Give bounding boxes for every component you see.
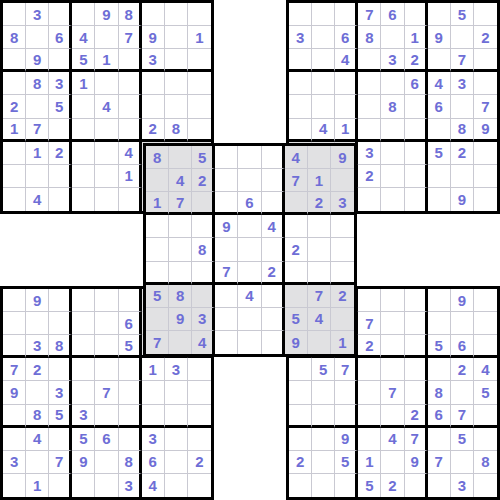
cell-bottom-left-r4c1[interactable] xyxy=(26,381,49,404)
cell-bottom-left-r1c4[interactable] xyxy=(95,312,118,335)
cell-center-r3c0[interactable] xyxy=(146,215,169,238)
cell-center-r0c2[interactable]: 5 xyxy=(192,146,215,169)
cell-top-right-r7c4[interactable] xyxy=(381,165,404,188)
cell-bottom-left-r4c7[interactable] xyxy=(165,381,188,404)
cell-bottom-left-r4c0[interactable]: 9 xyxy=(3,381,26,404)
cell-top-right-r7c5[interactable] xyxy=(405,165,428,188)
cell-top-left-r3c3[interactable]: 1 xyxy=(72,72,95,95)
cell-top-right-r6c7[interactable]: 2 xyxy=(451,142,474,165)
cell-bottom-right-r6c4[interactable]: 4 xyxy=(381,428,404,451)
cell-center-r4c8[interactable] xyxy=(331,238,354,261)
cell-top-right-r1c0[interactable]: 3 xyxy=(289,26,312,49)
cell-top-left-r0c2[interactable] xyxy=(49,3,72,26)
cell-bottom-left-r5c7[interactable] xyxy=(165,405,188,428)
cell-bottom-left-r0c3[interactable] xyxy=(72,289,95,312)
cell-bottom-left-r2c0[interactable] xyxy=(3,335,26,358)
cell-top-left-r3c0[interactable] xyxy=(3,72,26,95)
cell-top-right-r8c7[interactable]: 9 xyxy=(451,188,474,211)
cell-top-left-r2c0[interactable] xyxy=(3,49,26,72)
cell-bottom-right-r1c4[interactable] xyxy=(381,312,404,335)
cell-top-left-r3c4[interactable] xyxy=(95,72,118,95)
cell-center-r1c8[interactable] xyxy=(331,169,354,192)
cell-top-right-r3c2[interactable] xyxy=(335,72,358,95)
cell-bottom-left-r2c4[interactable] xyxy=(95,335,118,358)
cell-top-right-r0c5[interactable] xyxy=(405,3,428,26)
cell-bottom-right-r6c3[interactable] xyxy=(358,428,381,451)
cell-bottom-right-r8c1[interactable] xyxy=(312,474,335,497)
cell-bottom-right-r6c2[interactable]: 9 xyxy=(335,428,358,451)
cell-center-r3c5[interactable]: 4 xyxy=(262,215,285,238)
cell-top-left-r4c5[interactable] xyxy=(119,95,142,118)
cell-center-r4c7[interactable] xyxy=(308,238,331,261)
cell-bottom-left-r4c8[interactable] xyxy=(188,381,211,404)
cell-top-right-r3c7[interactable]: 3 xyxy=(451,72,474,95)
cell-bottom-right-r3c8[interactable]: 4 xyxy=(474,358,497,381)
cell-top-left-r8c0[interactable] xyxy=(3,188,26,211)
cell-bottom-right-r7c1[interactable] xyxy=(312,451,335,474)
cell-top-right-r8c5[interactable] xyxy=(405,188,428,211)
cell-top-right-r2c3[interactable] xyxy=(358,49,381,72)
cell-top-left-r1c8[interactable]: 1 xyxy=(188,26,211,49)
cell-center-r8c6[interactable]: 9 xyxy=(285,331,308,354)
cell-bottom-left-r4c6[interactable] xyxy=(142,381,165,404)
cell-center-r3c1[interactable] xyxy=(169,215,192,238)
cell-top-right-r1c6[interactable]: 9 xyxy=(428,26,451,49)
cell-bottom-right-r4c4[interactable]: 7 xyxy=(381,381,404,404)
cell-center-r0c8[interactable]: 9 xyxy=(331,146,354,169)
cell-center-r4c3[interactable] xyxy=(215,238,238,261)
cell-top-left-r6c2[interactable]: 2 xyxy=(49,142,72,165)
cell-top-right-r5c1[interactable]: 4 xyxy=(312,119,335,142)
cell-bottom-right-r3c0[interactable] xyxy=(289,358,312,381)
cell-center-r4c1[interactable] xyxy=(169,238,192,261)
cell-center-r7c2[interactable]: 3 xyxy=(192,308,215,331)
cell-top-right-r8c4[interactable] xyxy=(381,188,404,211)
cell-center-r3c7[interactable] xyxy=(308,215,331,238)
cell-top-left-r2c5[interactable] xyxy=(119,49,142,72)
cell-center-r1c6[interactable]: 7 xyxy=(285,169,308,192)
cell-center-r8c2[interactable]: 4 xyxy=(192,331,215,354)
cell-bottom-right-r8c4[interactable]: 2 xyxy=(381,474,404,497)
cell-top-right-r4c7[interactable] xyxy=(451,95,474,118)
cell-top-left-r4c0[interactable]: 2 xyxy=(3,95,26,118)
cell-top-right-r6c3[interactable]: 3 xyxy=(358,142,381,165)
cell-bottom-left-r3c7[interactable]: 3 xyxy=(165,358,188,381)
cell-top-left-r7c4[interactable] xyxy=(95,165,118,188)
cell-bottom-left-r8c2[interactable] xyxy=(49,474,72,497)
cell-top-right-r7c7[interactable] xyxy=(451,165,474,188)
cell-center-r6c4[interactable]: 4 xyxy=(238,285,261,308)
cell-bottom-right-r2c6[interactable]: 5 xyxy=(428,335,451,358)
cell-top-right-r1c2[interactable]: 6 xyxy=(335,26,358,49)
cell-bottom-right-r8c6[interactable] xyxy=(428,474,451,497)
cell-bottom-left-r6c0[interactable] xyxy=(3,428,26,451)
cell-top-right-r2c2[interactable]: 4 xyxy=(335,49,358,72)
cell-top-right-r2c0[interactable] xyxy=(289,49,312,72)
cell-bottom-right-r3c2[interactable]: 7 xyxy=(335,358,358,381)
cell-bottom-left-r3c4[interactable] xyxy=(95,358,118,381)
cell-top-left-r6c0[interactable] xyxy=(3,142,26,165)
cell-top-right-r3c1[interactable] xyxy=(312,72,335,95)
cell-center-r8c7[interactable] xyxy=(308,331,331,354)
cell-top-left-r8c3[interactable] xyxy=(72,188,95,211)
cell-bottom-left-r3c5[interactable] xyxy=(119,358,142,381)
cell-bottom-left-r8c5[interactable]: 3 xyxy=(119,474,142,497)
cell-bottom-right-r1c7[interactable] xyxy=(451,312,474,335)
cell-center-r5c8[interactable] xyxy=(331,262,354,285)
cell-bottom-right-r7c5[interactable]: 9 xyxy=(405,451,428,474)
cell-top-right-r0c4[interactable]: 6 xyxy=(381,3,404,26)
cell-bottom-right-r4c5[interactable] xyxy=(405,381,428,404)
cell-center-r8c3[interactable] xyxy=(215,331,238,354)
cell-center-r5c1[interactable] xyxy=(169,262,192,285)
cell-top-right-r3c0[interactable] xyxy=(289,72,312,95)
cell-bottom-right-r2c7[interactable]: 6 xyxy=(451,335,474,358)
cell-bottom-right-r2c3[interactable]: 2 xyxy=(358,335,381,358)
cell-top-left-r5c1[interactable]: 7 xyxy=(26,119,49,142)
cell-bottom-right-r7c7[interactable] xyxy=(451,451,474,474)
cell-top-right-r1c1[interactable] xyxy=(312,26,335,49)
cell-top-left-r0c5[interactable]: 8 xyxy=(119,3,142,26)
cell-top-left-r0c3[interactable] xyxy=(72,3,95,26)
cell-bottom-right-r4c7[interactable] xyxy=(451,381,474,404)
cell-center-r4c0[interactable] xyxy=(146,238,169,261)
cell-top-left-r4c8[interactable] xyxy=(188,95,211,118)
cell-center-r1c0[interactable] xyxy=(146,169,169,192)
cell-top-left-r0c6[interactable] xyxy=(142,3,165,26)
cell-top-left-r1c5[interactable]: 7 xyxy=(119,26,142,49)
cell-bottom-right-r0c6[interactable] xyxy=(428,289,451,312)
cell-center-r2c0[interactable]: 1 xyxy=(146,192,169,215)
cell-bottom-right-r4c0[interactable] xyxy=(289,381,312,404)
cell-top-left-r2c7[interactable] xyxy=(165,49,188,72)
cell-top-right-r1c8[interactable]: 2 xyxy=(474,26,497,49)
cell-bottom-left-r2c5[interactable]: 5 xyxy=(119,335,142,358)
cell-center-r6c8[interactable]: 2 xyxy=(331,285,354,308)
cell-bottom-right-r1c3[interactable]: 7 xyxy=(358,312,381,335)
cell-bottom-left-r8c8[interactable] xyxy=(188,474,211,497)
cell-top-left-r2c8[interactable] xyxy=(188,49,211,72)
cell-bottom-right-r8c0[interactable] xyxy=(289,474,312,497)
cell-top-right-r4c2[interactable] xyxy=(335,95,358,118)
cell-bottom-right-r2c4[interactable] xyxy=(381,335,404,358)
cell-bottom-right-r4c3[interactable] xyxy=(358,381,381,404)
cell-bottom-right-r3c5[interactable] xyxy=(405,358,428,381)
cell-bottom-left-r7c4[interactable] xyxy=(95,451,118,474)
cell-bottom-left-r5c8[interactable] xyxy=(188,405,211,428)
cell-top-right-r5c2[interactable]: 1 xyxy=(335,119,358,142)
cell-bottom-right-r0c8[interactable] xyxy=(474,289,497,312)
cell-bottom-left-r5c6[interactable] xyxy=(142,405,165,428)
cell-top-left-r0c4[interactable]: 9 xyxy=(95,3,118,26)
cell-center-r1c1[interactable]: 4 xyxy=(169,169,192,192)
cell-bottom-left-r2c1[interactable]: 3 xyxy=(26,335,49,358)
cell-bottom-right-r6c7[interactable]: 5 xyxy=(451,428,474,451)
cell-center-r5c5[interactable]: 2 xyxy=(262,262,285,285)
cell-top-left-r3c5[interactable] xyxy=(119,72,142,95)
cell-top-left-r0c7[interactable] xyxy=(165,3,188,26)
cell-bottom-right-r7c8[interactable]: 8 xyxy=(474,451,497,474)
cell-bottom-right-r3c4[interactable] xyxy=(381,358,404,381)
cell-center-r2c2[interactable] xyxy=(192,192,215,215)
cell-center-r4c6[interactable]: 2 xyxy=(285,238,308,261)
cell-top-right-r8c6[interactable] xyxy=(428,188,451,211)
cell-top-left-r3c8[interactable] xyxy=(188,72,211,95)
cell-bottom-left-r7c1[interactable] xyxy=(26,451,49,474)
cell-center-r2c8[interactable]: 3 xyxy=(331,192,354,215)
cell-top-right-r2c6[interactable] xyxy=(428,49,451,72)
cell-top-left-r6c4[interactable] xyxy=(95,142,118,165)
cell-bottom-left-r8c1[interactable]: 1 xyxy=(26,474,49,497)
cell-bottom-left-r1c2[interactable] xyxy=(49,312,72,335)
cell-bottom-left-r8c0[interactable] xyxy=(3,474,26,497)
cell-bottom-right-r8c7[interactable]: 3 xyxy=(451,474,474,497)
cell-bottom-right-r1c5[interactable] xyxy=(405,312,428,335)
cell-bottom-left-r8c4[interactable] xyxy=(95,474,118,497)
cell-top-left-r4c7[interactable] xyxy=(165,95,188,118)
cell-bottom-left-r7c3[interactable]: 9 xyxy=(72,451,95,474)
cell-center-r6c2[interactable] xyxy=(192,285,215,308)
cell-top-right-r5c5[interactable] xyxy=(405,119,428,142)
cell-bottom-left-r3c0[interactable]: 7 xyxy=(3,358,26,381)
cell-center-r5c2[interactable] xyxy=(192,262,215,285)
cell-bottom-right-r7c6[interactable]: 7 xyxy=(428,451,451,474)
cell-top-right-r2c5[interactable]: 2 xyxy=(405,49,428,72)
cell-bottom-left-r2c3[interactable] xyxy=(72,335,95,358)
cell-bottom-right-r3c1[interactable]: 5 xyxy=(312,358,335,381)
cell-top-left-r2c6[interactable]: 3 xyxy=(142,49,165,72)
cell-bottom-left-r1c0[interactable] xyxy=(3,312,26,335)
cell-top-right-r3c4[interactable] xyxy=(381,72,404,95)
cell-top-right-r7c6[interactable] xyxy=(428,165,451,188)
cell-center-r1c4[interactable] xyxy=(238,169,261,192)
cell-center-r3c3[interactable]: 9 xyxy=(215,215,238,238)
cell-bottom-left-r1c5[interactable]: 6 xyxy=(119,312,142,335)
cell-bottom-left-r4c3[interactable] xyxy=(72,381,95,404)
cell-top-left-r5c5[interactable] xyxy=(119,119,142,142)
cell-center-r8c0[interactable]: 7 xyxy=(146,331,169,354)
cell-bottom-right-r0c7[interactable]: 9 xyxy=(451,289,474,312)
cell-top-left-r2c3[interactable]: 5 xyxy=(72,49,95,72)
cell-top-left-r0c8[interactable] xyxy=(188,3,211,26)
cell-bottom-right-r6c5[interactable]: 7 xyxy=(405,428,428,451)
cell-bottom-left-r4c4[interactable]: 7 xyxy=(95,381,118,404)
cell-bottom-right-r5c2[interactable] xyxy=(335,405,358,428)
cell-top-right-r3c6[interactable]: 4 xyxy=(428,72,451,95)
cell-bottom-left-r5c3[interactable]: 3 xyxy=(72,405,95,428)
cell-bottom-left-r6c7[interactable] xyxy=(165,428,188,451)
cell-bottom-right-r4c6[interactable]: 8 xyxy=(428,381,451,404)
cell-bottom-left-r3c8[interactable] xyxy=(188,358,211,381)
cell-bottom-left-r6c2[interactable] xyxy=(49,428,72,451)
cell-top-right-r7c3[interactable]: 2 xyxy=(358,165,381,188)
cell-top-left-r1c1[interactable] xyxy=(26,26,49,49)
cell-bottom-right-r4c8[interactable]: 5 xyxy=(474,381,497,404)
cell-top-left-r4c4[interactable]: 4 xyxy=(95,95,118,118)
cell-bottom-left-r6c1[interactable]: 4 xyxy=(26,428,49,451)
cell-center-r6c1[interactable]: 8 xyxy=(169,285,192,308)
cell-top-left-r1c3[interactable]: 4 xyxy=(72,26,95,49)
cell-bottom-right-r8c2[interactable] xyxy=(335,474,358,497)
cell-bottom-right-r6c6[interactable] xyxy=(428,428,451,451)
cell-bottom-left-r0c2[interactable] xyxy=(49,289,72,312)
cell-bottom-left-r0c5[interactable] xyxy=(119,289,142,312)
cell-top-right-r4c6[interactable]: 6 xyxy=(428,95,451,118)
cell-bottom-right-r1c6[interactable] xyxy=(428,312,451,335)
cell-top-left-r6c1[interactable]: 1 xyxy=(26,142,49,165)
cell-top-left-r5c4[interactable] xyxy=(95,119,118,142)
cell-bottom-right-r3c6[interactable] xyxy=(428,358,451,381)
cell-top-left-r0c1[interactable]: 3 xyxy=(26,3,49,26)
cell-bottom-right-r5c5[interactable]: 2 xyxy=(405,405,428,428)
cell-center-r7c1[interactable]: 9 xyxy=(169,308,192,331)
cell-bottom-left-r0c1[interactable]: 9 xyxy=(26,289,49,312)
cell-bottom-left-r5c4[interactable] xyxy=(95,405,118,428)
cell-center-r2c6[interactable] xyxy=(285,192,308,215)
cell-bottom-right-r2c5[interactable] xyxy=(405,335,428,358)
cell-bottom-right-r0c3[interactable] xyxy=(358,289,381,312)
cell-center-r1c3[interactable] xyxy=(215,169,238,192)
cell-top-left-r7c2[interactable] xyxy=(49,165,72,188)
cell-top-left-r5c2[interactable] xyxy=(49,119,72,142)
cell-top-left-r3c7[interactable] xyxy=(165,72,188,95)
cell-top-right-r5c3[interactable] xyxy=(358,119,381,142)
cell-bottom-right-r5c3[interactable] xyxy=(358,405,381,428)
cell-center-r0c4[interactable] xyxy=(238,146,261,169)
cell-top-right-r0c8[interactable] xyxy=(474,3,497,26)
cell-top-left-r7c3[interactable] xyxy=(72,165,95,188)
cell-top-left-r3c1[interactable]: 8 xyxy=(26,72,49,95)
cell-top-left-r5c0[interactable]: 1 xyxy=(3,119,26,142)
cell-bottom-right-r7c3[interactable]: 1 xyxy=(358,451,381,474)
cell-center-r3c4[interactable] xyxy=(238,215,261,238)
cell-center-r0c0[interactable]: 8 xyxy=(146,146,169,169)
cell-bottom-left-r1c3[interactable] xyxy=(72,312,95,335)
cell-bottom-left-r8c7[interactable] xyxy=(165,474,188,497)
cell-top-right-r4c3[interactable] xyxy=(358,95,381,118)
cell-top-right-r2c8[interactable] xyxy=(474,49,497,72)
cell-bottom-right-r3c3[interactable] xyxy=(358,358,381,381)
cell-center-r7c3[interactable] xyxy=(215,308,238,331)
cell-bottom-left-r0c0[interactable] xyxy=(3,289,26,312)
cell-top-right-r8c3[interactable] xyxy=(358,188,381,211)
cell-top-right-r0c0[interactable] xyxy=(289,3,312,26)
cell-bottom-right-r3c7[interactable]: 2 xyxy=(451,358,474,381)
cell-bottom-right-r5c6[interactable]: 6 xyxy=(428,405,451,428)
cell-bottom-left-r7c8[interactable]: 2 xyxy=(188,451,211,474)
cell-center-r3c6[interactable] xyxy=(285,215,308,238)
cell-center-r5c3[interactable]: 7 xyxy=(215,262,238,285)
cell-bottom-left-r6c6[interactable]: 3 xyxy=(142,428,165,451)
cell-top-right-r4c8[interactable]: 7 xyxy=(474,95,497,118)
cell-top-right-r4c1[interactable] xyxy=(312,95,335,118)
cell-top-left-r2c4[interactable]: 1 xyxy=(95,49,118,72)
cell-top-right-r5c0[interactable] xyxy=(289,119,312,142)
cell-center-r3c8[interactable] xyxy=(331,215,354,238)
cell-bottom-right-r2c8[interactable] xyxy=(474,335,497,358)
cell-center-r2c5[interactable] xyxy=(262,192,285,215)
cell-bottom-right-r5c1[interactable] xyxy=(312,405,335,428)
cell-bottom-right-r8c8[interactable] xyxy=(474,474,497,497)
cell-bottom-left-r8c3[interactable] xyxy=(72,474,95,497)
cell-bottom-left-r7c5[interactable]: 8 xyxy=(119,451,142,474)
cell-bottom-left-r7c2[interactable]: 7 xyxy=(49,451,72,474)
cell-bottom-right-r0c4[interactable] xyxy=(381,289,404,312)
cell-bottom-left-r4c5[interactable] xyxy=(119,381,142,404)
cell-center-r2c7[interactable]: 2 xyxy=(308,192,331,215)
cell-center-r0c6[interactable]: 4 xyxy=(285,146,308,169)
cell-bottom-right-r5c0[interactable] xyxy=(289,405,312,428)
cell-bottom-right-r5c7[interactable]: 7 xyxy=(451,405,474,428)
cell-top-left-r4c6[interactable] xyxy=(142,95,165,118)
cell-top-right-r1c3[interactable]: 8 xyxy=(358,26,381,49)
cell-top-left-r7c1[interactable] xyxy=(26,165,49,188)
cell-bottom-left-r3c6[interactable]: 1 xyxy=(142,358,165,381)
cell-center-r5c0[interactable] xyxy=(146,262,169,285)
cell-bottom-right-r0c5[interactable] xyxy=(405,289,428,312)
cell-center-r2c3[interactable] xyxy=(215,192,238,215)
cell-top-left-r1c6[interactable]: 9 xyxy=(142,26,165,49)
cell-top-right-r4c5[interactable] xyxy=(405,95,428,118)
cell-top-left-r8c2[interactable] xyxy=(49,188,72,211)
cell-bottom-left-r3c1[interactable]: 2 xyxy=(26,358,49,381)
cell-top-right-r5c8[interactable]: 9 xyxy=(474,119,497,142)
cell-bottom-right-r4c1[interactable] xyxy=(312,381,335,404)
cell-bottom-left-r5c0[interactable] xyxy=(3,405,26,428)
cell-bottom-right-r6c0[interactable] xyxy=(289,428,312,451)
cell-top-right-r4c0[interactable] xyxy=(289,95,312,118)
cell-center-r1c5[interactable] xyxy=(262,169,285,192)
cell-top-right-r3c8[interactable] xyxy=(474,72,497,95)
cell-top-left-r2c1[interactable]: 9 xyxy=(26,49,49,72)
cell-bottom-left-r5c2[interactable]: 5 xyxy=(49,405,72,428)
cell-bottom-left-r0c4[interactable] xyxy=(95,289,118,312)
cell-top-right-r6c6[interactable]: 5 xyxy=(428,142,451,165)
cell-top-left-r1c2[interactable]: 6 xyxy=(49,26,72,49)
cell-bottom-left-r3c3[interactable] xyxy=(72,358,95,381)
cell-center-r0c5[interactable] xyxy=(262,146,285,169)
cell-bottom-right-r8c5[interactable] xyxy=(405,474,428,497)
cell-center-r0c1[interactable] xyxy=(169,146,192,169)
cell-center-r7c7[interactable]: 4 xyxy=(308,308,331,331)
cell-top-right-r5c6[interactable] xyxy=(428,119,451,142)
cell-bottom-right-r5c8[interactable] xyxy=(474,405,497,428)
cell-center-r3c2[interactable] xyxy=(192,215,215,238)
cell-top-right-r0c7[interactable]: 5 xyxy=(451,3,474,26)
cell-bottom-right-r7c4[interactable] xyxy=(381,451,404,474)
cell-center-r8c5[interactable] xyxy=(262,331,285,354)
cell-center-r5c4[interactable] xyxy=(238,262,261,285)
cell-top-left-r5c6[interactable]: 2 xyxy=(142,119,165,142)
cell-center-r8c8[interactable]: 1 xyxy=(331,331,354,354)
cell-top-right-r3c3[interactable] xyxy=(358,72,381,95)
cell-top-left-r7c5[interactable]: 1 xyxy=(119,165,142,188)
cell-bottom-left-r6c4[interactable]: 6 xyxy=(95,428,118,451)
cell-top-left-r3c6[interactable] xyxy=(142,72,165,95)
cell-top-left-r5c7[interactable]: 8 xyxy=(165,119,188,142)
cell-center-r6c3[interactable] xyxy=(215,285,238,308)
cell-top-left-r4c3[interactable] xyxy=(72,95,95,118)
cell-top-right-r0c3[interactable]: 7 xyxy=(358,3,381,26)
cell-top-right-r5c7[interactable]: 8 xyxy=(451,119,474,142)
cell-top-right-r2c7[interactable]: 7 xyxy=(451,49,474,72)
cell-top-left-r0c0[interactable] xyxy=(3,3,26,26)
cell-bottom-left-r7c0[interactable]: 3 xyxy=(3,451,26,474)
cell-center-r7c4[interactable] xyxy=(238,308,261,331)
cell-bottom-left-r2c2[interactable]: 8 xyxy=(49,335,72,358)
cell-center-r5c7[interactable] xyxy=(308,262,331,285)
cell-center-r7c8[interactable] xyxy=(331,308,354,331)
